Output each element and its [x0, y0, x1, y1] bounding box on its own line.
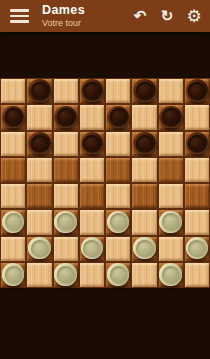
checker-piece-light[interactable]	[2, 263, 24, 285]
board-cell-dark[interactable]	[79, 236, 105, 262]
board-cell-light	[131, 104, 157, 130]
app-bar: Dames Votre tour ↶ ↻ ⚙	[0, 0, 210, 32]
board-cell-light	[26, 262, 52, 288]
board-cell-light	[131, 262, 157, 288]
board-cell-light	[26, 157, 52, 183]
settings-gear-icon[interactable]: ⚙	[183, 5, 205, 27]
board-cell-dark[interactable]	[184, 131, 210, 157]
checker-piece-light[interactable]	[54, 263, 76, 285]
board-cell-dark[interactable]	[0, 157, 26, 183]
checker-piece-dark[interactable]	[81, 79, 103, 101]
board-cell-light	[79, 157, 105, 183]
board-cell-dark[interactable]	[0, 104, 26, 130]
checker-piece-dark[interactable]	[2, 106, 24, 128]
board-cell-dark[interactable]	[158, 104, 184, 130]
checker-piece-light[interactable]	[186, 237, 208, 259]
board-cell-light	[79, 104, 105, 130]
board-cell-dark[interactable]	[131, 131, 157, 157]
checker-piece-dark[interactable]	[133, 79, 155, 101]
board-cell-light	[79, 209, 105, 235]
board-cell-light	[0, 131, 26, 157]
board-cell-dark[interactable]	[184, 236, 210, 262]
board-cell-light	[53, 131, 79, 157]
board-cell-dark[interactable]	[184, 183, 210, 209]
restart-icon[interactable]: ↻	[156, 5, 178, 27]
board-cell-dark[interactable]	[26, 78, 52, 104]
board-cell-light	[53, 78, 79, 104]
board-cell-light	[53, 236, 79, 262]
checker-piece-light[interactable]	[28, 237, 50, 259]
board-cell-light	[0, 183, 26, 209]
checker-piece-dark[interactable]	[107, 106, 129, 128]
board-cell-light	[105, 78, 131, 104]
board-cell-dark[interactable]	[158, 209, 184, 235]
app-bar-actions: ↶ ↻ ⚙	[124, 5, 210, 27]
board-cell-dark[interactable]	[184, 78, 210, 104]
board-cell-light	[184, 262, 210, 288]
board-cell-dark[interactable]	[79, 78, 105, 104]
board-cell-light	[184, 209, 210, 235]
board-cell-dark[interactable]	[158, 157, 184, 183]
checkers-board	[0, 78, 210, 288]
board-cell-light	[184, 104, 210, 130]
checker-piece-light[interactable]	[159, 211, 181, 233]
checker-piece-light[interactable]	[54, 211, 76, 233]
board-cell-light	[26, 209, 52, 235]
checker-piece-dark[interactable]	[81, 132, 103, 154]
board-cell-light	[158, 131, 184, 157]
undo-icon[interactable]: ↶	[129, 5, 151, 27]
board-cell-dark[interactable]	[131, 236, 157, 262]
board-cell-dark[interactable]	[53, 209, 79, 235]
turn-status-text: Votre tour	[42, 19, 85, 28]
board-cell-light	[158, 236, 184, 262]
board-cell-dark[interactable]	[0, 209, 26, 235]
checker-piece-dark[interactable]	[159, 106, 181, 128]
board-cell-light	[158, 183, 184, 209]
board-cell-dark[interactable]	[105, 104, 131, 130]
board-cell-dark[interactable]	[131, 183, 157, 209]
checker-piece-light[interactable]	[107, 263, 129, 285]
checker-piece-dark[interactable]	[186, 79, 208, 101]
board-cell-light	[131, 157, 157, 183]
board-cell-dark[interactable]	[79, 131, 105, 157]
checker-piece-dark[interactable]	[28, 132, 50, 154]
checker-piece-light[interactable]	[81, 237, 103, 259]
board-cell-light	[0, 236, 26, 262]
checker-piece-dark[interactable]	[54, 106, 76, 128]
board-cell-dark[interactable]	[131, 78, 157, 104]
board-cell-light	[79, 262, 105, 288]
board-cell-light	[158, 78, 184, 104]
board-cell-dark[interactable]	[26, 131, 52, 157]
board-cell-dark[interactable]	[26, 183, 52, 209]
board-cell-dark[interactable]	[158, 262, 184, 288]
hamburger-menu-icon[interactable]	[10, 9, 29, 23]
board-cell-dark[interactable]	[105, 262, 131, 288]
board-cell-light	[105, 236, 131, 262]
board-cell-dark[interactable]	[53, 262, 79, 288]
app-title: Dames	[42, 4, 85, 17]
board-cell-light	[184, 157, 210, 183]
board-cell-light	[105, 131, 131, 157]
title-block: Dames Votre tour	[42, 4, 85, 29]
board-cell-light	[26, 104, 52, 130]
app-screen: Dames Votre tour ↶ ↻ ⚙	[0, 0, 210, 359]
board-cell-light	[53, 183, 79, 209]
board-cell-light	[0, 78, 26, 104]
checker-piece-dark[interactable]	[186, 132, 208, 154]
board-cell-dark[interactable]	[105, 157, 131, 183]
board-cell-dark[interactable]	[53, 104, 79, 130]
checker-piece-light[interactable]	[159, 263, 181, 285]
board-cell-light	[131, 209, 157, 235]
board-cell-dark[interactable]	[53, 157, 79, 183]
checker-piece-dark[interactable]	[28, 79, 50, 101]
board-cell-dark[interactable]	[105, 209, 131, 235]
board-cell-dark[interactable]	[0, 262, 26, 288]
checker-piece-light[interactable]	[133, 237, 155, 259]
board-cell-dark[interactable]	[26, 236, 52, 262]
board-cell-dark[interactable]	[79, 183, 105, 209]
checker-piece-light[interactable]	[107, 211, 129, 233]
board-cell-light	[105, 183, 131, 209]
checker-piece-light[interactable]	[2, 211, 24, 233]
checker-piece-dark[interactable]	[133, 132, 155, 154]
